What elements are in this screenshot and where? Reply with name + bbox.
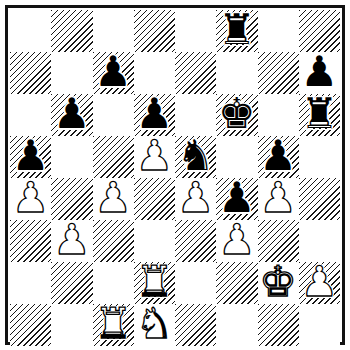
square-e3[interactable] bbox=[175, 220, 216, 262]
square-e4[interactable]: ♟ bbox=[175, 178, 216, 220]
square-f4[interactable]: ♟ bbox=[216, 178, 257, 220]
piece-black-pawn-icon[interactable]: ♟ bbox=[94, 51, 132, 93]
piece-white-rook-icon[interactable]: ♜ bbox=[94, 303, 132, 345]
square-a1[interactable] bbox=[10, 304, 51, 346]
square-f7[interactable] bbox=[216, 52, 257, 94]
square-d2[interactable]: ♜ bbox=[134, 262, 175, 304]
square-c3[interactable] bbox=[93, 220, 134, 262]
square-c8[interactable] bbox=[93, 10, 134, 52]
piece-white-pawn-icon[interactable]: ♟ bbox=[94, 177, 132, 219]
piece-black-pawn-icon[interactable]: ♟ bbox=[259, 135, 297, 177]
square-c2[interactable] bbox=[93, 262, 134, 304]
square-e5[interactable]: ♞ bbox=[175, 136, 216, 178]
piece-black-rook-icon[interactable]: ♜ bbox=[301, 93, 339, 135]
square-g3[interactable] bbox=[258, 220, 299, 262]
board-frame: ♜♟♟♟♟♚♜♟♟♞♟♟♟♟♟♟♟♟♜♚♟♜♞ bbox=[5, 5, 345, 345]
square-d5[interactable]: ♟ bbox=[134, 136, 175, 178]
square-c4[interactable]: ♟ bbox=[93, 178, 134, 220]
square-b6[interactable]: ♟ bbox=[51, 94, 92, 136]
square-d6[interactable]: ♟ bbox=[134, 94, 175, 136]
square-d8[interactable] bbox=[134, 10, 175, 52]
square-b4[interactable] bbox=[51, 178, 92, 220]
square-a8[interactable] bbox=[10, 10, 51, 52]
square-b5[interactable] bbox=[51, 136, 92, 178]
square-d4[interactable] bbox=[134, 178, 175, 220]
piece-black-king-icon[interactable]: ♚ bbox=[218, 93, 256, 135]
piece-black-pawn-icon[interactable]: ♟ bbox=[12, 135, 50, 177]
square-a2[interactable] bbox=[10, 262, 51, 304]
piece-black-pawn-icon[interactable]: ♟ bbox=[301, 51, 339, 93]
square-d3[interactable] bbox=[134, 220, 175, 262]
square-b8[interactable] bbox=[51, 10, 92, 52]
piece-white-knight-icon[interactable]: ♞ bbox=[136, 303, 174, 345]
square-f1[interactable] bbox=[216, 304, 257, 346]
square-g6[interactable] bbox=[258, 94, 299, 136]
piece-white-pawn-icon[interactable]: ♟ bbox=[218, 219, 256, 261]
square-h6[interactable]: ♜ bbox=[299, 94, 340, 136]
square-h4[interactable] bbox=[299, 178, 340, 220]
square-a6[interactable] bbox=[10, 94, 51, 136]
square-g8[interactable] bbox=[258, 10, 299, 52]
square-f8[interactable]: ♜ bbox=[216, 10, 257, 52]
square-b7[interactable] bbox=[51, 52, 92, 94]
piece-white-pawn-icon[interactable]: ♟ bbox=[177, 177, 215, 219]
square-h5[interactable] bbox=[299, 136, 340, 178]
piece-white-pawn-icon[interactable]: ♟ bbox=[12, 177, 50, 219]
piece-white-king-icon[interactable]: ♚ bbox=[259, 261, 297, 303]
piece-white-pawn-icon[interactable]: ♟ bbox=[136, 135, 174, 177]
square-a5[interactable]: ♟ bbox=[10, 136, 51, 178]
piece-white-rook-icon[interactable]: ♜ bbox=[136, 261, 174, 303]
square-g4[interactable]: ♟ bbox=[258, 178, 299, 220]
square-d1[interactable]: ♞ bbox=[134, 304, 175, 346]
square-e8[interactable] bbox=[175, 10, 216, 52]
square-f5[interactable] bbox=[216, 136, 257, 178]
square-c7[interactable]: ♟ bbox=[93, 52, 134, 94]
square-h3[interactable] bbox=[299, 220, 340, 262]
square-c1[interactable]: ♜ bbox=[93, 304, 134, 346]
piece-black-knight-icon[interactable]: ♞ bbox=[177, 135, 215, 177]
square-g1[interactable] bbox=[258, 304, 299, 346]
square-g2[interactable]: ♚ bbox=[258, 262, 299, 304]
square-b3[interactable]: ♟ bbox=[51, 220, 92, 262]
square-a3[interactable] bbox=[10, 220, 51, 262]
piece-white-pawn-icon[interactable]: ♟ bbox=[301, 261, 339, 303]
square-c6[interactable] bbox=[93, 94, 134, 136]
square-e2[interactable] bbox=[175, 262, 216, 304]
piece-black-pawn-icon[interactable]: ♟ bbox=[218, 177, 256, 219]
square-c5[interactable] bbox=[93, 136, 134, 178]
square-a7[interactable] bbox=[10, 52, 51, 94]
piece-black-pawn-icon[interactable]: ♟ bbox=[136, 93, 174, 135]
piece-black-pawn-icon[interactable]: ♟ bbox=[53, 93, 91, 135]
square-e1[interactable] bbox=[175, 304, 216, 346]
square-a4[interactable]: ♟ bbox=[10, 178, 51, 220]
piece-white-pawn-icon[interactable]: ♟ bbox=[53, 219, 91, 261]
square-h1[interactable] bbox=[299, 304, 340, 346]
piece-black-rook-icon[interactable]: ♜ bbox=[218, 9, 256, 51]
square-f6[interactable]: ♚ bbox=[216, 94, 257, 136]
square-f3[interactable]: ♟ bbox=[216, 220, 257, 262]
square-e7[interactable] bbox=[175, 52, 216, 94]
square-g5[interactable]: ♟ bbox=[258, 136, 299, 178]
chess-board: ♜♟♟♟♟♚♜♟♟♞♟♟♟♟♟♟♟♟♜♚♟♜♞ bbox=[10, 10, 340, 340]
piece-white-pawn-icon[interactable]: ♟ bbox=[259, 177, 297, 219]
square-f2[interactable] bbox=[216, 262, 257, 304]
square-b2[interactable] bbox=[51, 262, 92, 304]
square-h2[interactable]: ♟ bbox=[299, 262, 340, 304]
square-b1[interactable] bbox=[51, 304, 92, 346]
square-h7[interactable]: ♟ bbox=[299, 52, 340, 94]
square-e6[interactable] bbox=[175, 94, 216, 136]
square-h8[interactable] bbox=[299, 10, 340, 52]
square-g7[interactable] bbox=[258, 52, 299, 94]
square-d7[interactable] bbox=[134, 52, 175, 94]
